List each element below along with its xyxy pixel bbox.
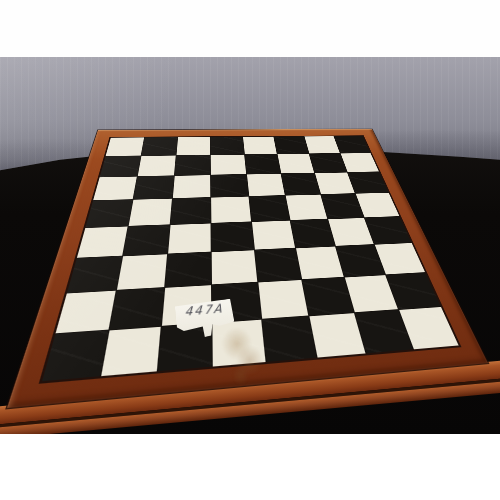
board-square — [173, 175, 211, 198]
white-mat-top — [0, 0, 500, 57]
board-square — [334, 136, 370, 153]
board-square — [101, 327, 161, 376]
board-square — [67, 256, 122, 292]
board-square — [258, 280, 308, 319]
board-square — [42, 330, 108, 381]
board-square — [243, 137, 277, 155]
board-square — [166, 252, 212, 287]
board-square — [247, 174, 285, 196]
board-square — [171, 198, 211, 224]
board-square — [211, 197, 250, 223]
board-square — [252, 220, 295, 249]
board-square — [175, 155, 210, 175]
board-square — [100, 156, 141, 177]
stain-mark — [210, 328, 274, 384]
board-square — [212, 222, 254, 252]
board-square — [86, 200, 133, 227]
board-square — [211, 137, 244, 155]
board-square — [348, 172, 389, 193]
board-square — [134, 176, 175, 199]
board-square — [274, 136, 309, 153]
board-square — [285, 195, 326, 220]
board-square — [211, 175, 248, 198]
board-square — [142, 137, 178, 155]
board-square — [254, 248, 300, 281]
board-square — [129, 199, 172, 226]
board-square — [249, 196, 289, 221]
board-square — [290, 219, 334, 247]
board-square — [211, 155, 246, 175]
board-square — [110, 288, 165, 330]
auction-photo: 447A — [0, 0, 500, 500]
board-square — [123, 225, 170, 256]
board-square — [341, 153, 379, 172]
board-square — [138, 156, 176, 177]
white-mat-bottom — [0, 434, 500, 500]
board-square — [281, 173, 320, 195]
board-square — [177, 137, 211, 155]
board-square — [356, 193, 400, 217]
board-square — [77, 226, 128, 257]
board-square — [106, 137, 145, 156]
board-square — [56, 290, 116, 333]
board-square — [117, 254, 167, 290]
board-square — [168, 223, 211, 253]
board-square — [93, 177, 137, 201]
board-square — [212, 250, 257, 284]
board-square — [245, 154, 281, 174]
board-square — [277, 154, 314, 174]
